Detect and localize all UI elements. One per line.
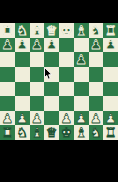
piece-black-knight: ♞ [90,23,102,36]
piece-black-knight: ♞ [16,23,28,36]
square-g5[interactable] [89,67,104,82]
piece-white-pawn: ♟ [105,111,117,124]
square-d4[interactable] [44,82,59,97]
piece-black-bishop: ♝ [31,23,43,36]
piece-black-pawn: ♟ [105,38,117,51]
square-f4[interactable] [74,82,89,97]
square-d8[interactable]: ♛ [44,23,59,38]
square-c4[interactable] [30,82,45,97]
piece-white-pawn: ♟ [2,111,14,124]
square-a3[interactable] [0,96,15,111]
square-g8[interactable]: ♞ [89,23,104,38]
square-f7[interactable] [74,38,89,53]
square-e4[interactable] [59,82,74,97]
square-f1[interactable]: ♝ [74,125,89,140]
piece-black-pawn: ♟ [46,38,58,51]
piece-black-bishop: ♝ [75,23,87,36]
square-e7[interactable] [59,38,74,53]
square-h5[interactable] [103,67,118,82]
square-f2[interactable]: ♟ [74,111,89,126]
square-g4[interactable] [89,82,104,97]
square-a5[interactable] [0,67,15,82]
square-h8[interactable]: ♜ [103,23,118,38]
piece-white-pawn: ♟ [75,111,87,124]
square-h3[interactable] [103,96,118,111]
square-e2[interactable]: ♟ [59,111,74,126]
square-c3[interactable] [30,96,45,111]
square-c6[interactable] [30,52,45,67]
square-a8[interactable]: ♜ [0,23,15,38]
bottom-letterbox [0,140,118,182]
piece-white-queen: ♛ [46,126,58,139]
piece-black-rook: ♜ [2,23,14,36]
piece-white-pawn: ♟ [16,111,28,124]
square-b1[interactable]: ♞ [15,125,30,140]
square-h4[interactable] [103,82,118,97]
square-g2[interactable]: ♟ [89,111,104,126]
square-e1[interactable]: ♚ [59,125,74,140]
piece-black-king: ♚ [61,23,73,36]
square-b7[interactable]: ♟ [15,38,30,53]
piece-black-pawn: ♟ [75,53,87,66]
square-g6[interactable] [89,52,104,67]
square-b4[interactable] [15,82,30,97]
piece-black-rook: ♜ [105,23,117,36]
square-f8[interactable]: ♝ [74,23,89,38]
square-e8[interactable]: ♚ [59,23,74,38]
square-b8[interactable]: ♞ [15,23,30,38]
piece-black-pawn: ♟ [2,38,14,51]
piece-white-pawn: ♟ [61,111,73,124]
square-h2[interactable]: ♟ [103,111,118,126]
square-e5[interactable] [59,67,74,82]
square-h7[interactable]: ♟ [103,38,118,53]
square-a4[interactable] [0,82,15,97]
square-d1[interactable]: ♛ [44,125,59,140]
piece-white-pawn: ♟ [31,111,43,124]
square-a6[interactable] [0,52,15,67]
piece-white-bishop: ♝ [75,126,87,139]
square-g3[interactable] [89,96,104,111]
square-h1[interactable]: ♜ [103,125,118,140]
square-a2[interactable]: ♟ [0,111,15,126]
square-a1[interactable]: ♜ [0,125,15,140]
square-d5[interactable] [44,67,59,82]
piece-white-rook: ♜ [2,126,14,139]
square-d6[interactable] [44,52,59,67]
chess-board[interactable]: ♜♞♝♛♚♝♞♜♟♟♟♟♟♟♟♟♟♟♟♟♟♟♜♞♝♛♚♝♞♜ [0,23,118,140]
square-c8[interactable]: ♝ [30,23,45,38]
square-c5[interactable] [30,67,45,82]
piece-black-pawn: ♟ [31,38,43,51]
square-b2[interactable]: ♟ [15,111,30,126]
piece-white-rook: ♜ [105,126,117,139]
piece-white-bishop: ♝ [31,126,43,139]
square-b5[interactable] [15,67,30,82]
square-c1[interactable]: ♝ [30,125,45,140]
app-window: ♜♞♝♛♚♝♞♜♟♟♟♟♟♟♟♟♟♟♟♟♟♟♜♞♝♛♚♝♞♜ [0,0,118,182]
piece-white-knight: ♞ [90,126,102,139]
square-f5[interactable] [74,67,89,82]
piece-white-knight: ♞ [16,126,28,139]
square-a7[interactable]: ♟ [0,38,15,53]
square-g7[interactable]: ♟ [89,38,104,53]
piece-black-pawn: ♟ [16,38,28,51]
piece-white-king: ♚ [61,126,73,139]
square-d7[interactable]: ♟ [44,38,59,53]
square-d2[interactable] [44,111,59,126]
piece-white-pawn: ♟ [90,111,102,124]
square-d3[interactable] [44,96,59,111]
square-b3[interactable] [15,96,30,111]
square-c2[interactable]: ♟ [30,111,45,126]
square-c7[interactable]: ♟ [30,38,45,53]
square-e6[interactable] [59,52,74,67]
square-b6[interactable] [15,52,30,67]
square-g1[interactable]: ♞ [89,125,104,140]
piece-black-pawn: ♟ [90,38,102,51]
piece-black-queen: ♛ [46,23,58,36]
top-letterbox [0,0,118,23]
square-e3[interactable] [59,96,74,111]
square-f3[interactable] [74,96,89,111]
square-h6[interactable] [103,52,118,67]
square-f6[interactable]: ♟ [74,52,89,67]
